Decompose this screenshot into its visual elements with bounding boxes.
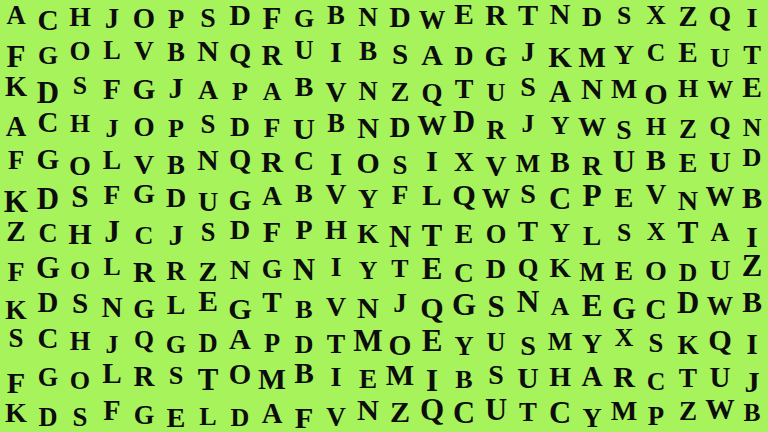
- letter-cell[interactable]: B: [640, 142, 672, 178]
- letter-cell[interactable]: K: [352, 216, 384, 252]
- letter-cell[interactable]: W: [704, 72, 736, 108]
- letter-cell[interactable]: E: [736, 70, 768, 106]
- letter-cell[interactable]: Y: [576, 326, 608, 362]
- letter-cell[interactable]: I: [320, 359, 352, 395]
- letter-cell[interactable]: Q: [704, 322, 736, 358]
- letter-cell[interactable]: Y: [608, 37, 640, 73]
- letter-cell[interactable]: B: [288, 292, 320, 328]
- letter-cell[interactable]: Y: [352, 253, 384, 289]
- letter-cell[interactable]: Z: [384, 394, 416, 430]
- letter-cell[interactable]: V: [320, 400, 352, 432]
- letter-cell[interactable]: F: [96, 393, 128, 429]
- letter-cell[interactable]: X: [640, 0, 672, 33]
- letter-cell[interactable]: E: [448, 216, 480, 252]
- letter-cell[interactable]: P: [640, 398, 672, 432]
- letter-cell[interactable]: Y: [544, 108, 576, 144]
- letter-cell[interactable]: T: [672, 361, 704, 397]
- letter-cell[interactable]: Q: [224, 142, 256, 178]
- letter-cell[interactable]: N: [352, 73, 384, 109]
- letter-cell[interactable]: F: [0, 254, 32, 290]
- letter-cell[interactable]: P: [288, 212, 320, 248]
- letter-cell[interactable]: W: [480, 181, 512, 217]
- letter-cell[interactable]: H: [64, 216, 96, 252]
- letter-cell[interactable]: L: [416, 178, 448, 214]
- letter-cell[interactable]: N: [544, 0, 576, 32]
- letter-cell[interactable]: J: [384, 286, 416, 322]
- letter-cell[interactable]: B: [320, 106, 352, 142]
- letter-cell[interactable]: Y: [448, 328, 480, 364]
- letter-cell[interactable]: H: [64, 323, 96, 359]
- letter-cell[interactable]: Z: [0, 214, 32, 250]
- letter-cell[interactable]: N: [576, 71, 608, 107]
- letter-cell[interactable]: S: [480, 289, 512, 325]
- letter-cell[interactable]: W: [704, 289, 736, 325]
- letter-cell[interactable]: Q: [128, 322, 160, 358]
- letter-cell[interactable]: X: [640, 214, 672, 250]
- letter-cell[interactable]: Q: [512, 250, 544, 286]
- letter-cell[interactable]: S: [384, 36, 416, 72]
- letter-cell[interactable]: A: [416, 37, 448, 73]
- letter-cell[interactable]: U: [288, 32, 320, 68]
- letter-cell[interactable]: E: [192, 284, 224, 320]
- letter-cell[interactable]: S: [512, 69, 544, 105]
- letter-cell[interactable]: N: [192, 143, 224, 179]
- letter-cell[interactable]: L: [96, 356, 128, 392]
- letter-cell[interactable]: O: [64, 33, 96, 69]
- letter-cell[interactable]: C: [32, 3, 64, 39]
- letter-cell[interactable]: D: [480, 251, 512, 287]
- letter-cell[interactable]: T: [384, 251, 416, 287]
- letter-cell[interactable]: B: [448, 362, 480, 398]
- letter-cell[interactable]: H: [64, 106, 96, 142]
- letter-cell[interactable]: H: [640, 109, 672, 145]
- letter-cell[interactable]: R: [608, 359, 640, 395]
- letter-cell[interactable]: L: [96, 142, 128, 178]
- letter-cell[interactable]: D: [32, 181, 64, 217]
- letter-cell[interactable]: N: [192, 33, 224, 69]
- letter-cell[interactable]: Q: [224, 36, 256, 72]
- letter-cell[interactable]: V: [320, 176, 352, 212]
- letter-cell[interactable]: O: [128, 110, 160, 146]
- letter-cell[interactable]: X: [608, 320, 640, 356]
- letter-cell[interactable]: O: [64, 253, 96, 289]
- letter-cell[interactable]: R: [480, 0, 512, 33]
- letter-cell[interactable]: H: [672, 71, 704, 107]
- letter-cell[interactable]: T: [512, 213, 544, 249]
- letter-cell[interactable]: A: [256, 396, 288, 432]
- letter-cell[interactable]: D: [672, 285, 704, 321]
- letter-cell[interactable]: W: [576, 109, 608, 145]
- letter-cell[interactable]: U: [480, 325, 512, 361]
- letter-cell[interactable]: V: [128, 34, 160, 70]
- letter-cell[interactable]: F: [256, 1, 288, 37]
- letter-cell[interactable]: J: [96, 0, 128, 36]
- letter-cell[interactable]: U: [704, 40, 736, 76]
- letter-cell[interactable]: P: [576, 178, 608, 214]
- letter-cell[interactable]: S: [192, 0, 224, 36]
- letter-cell[interactable]: T: [672, 215, 704, 251]
- letter-cell[interactable]: B: [160, 34, 192, 70]
- letter-cell[interactable]: G: [32, 360, 64, 396]
- letter-cell[interactable]: D: [224, 109, 256, 145]
- letter-cell[interactable]: H: [320, 212, 352, 248]
- letter-cell[interactable]: A: [544, 289, 576, 325]
- letter-cell[interactable]: C: [128, 218, 160, 254]
- letter-cell[interactable]: D: [736, 140, 768, 176]
- letter-cell[interactable]: S: [192, 215, 224, 251]
- letter-cell[interactable]: I: [320, 249, 352, 285]
- letter-cell[interactable]: M: [384, 357, 416, 393]
- letter-cell[interactable]: U: [480, 75, 512, 111]
- letter-cell[interactable]: G: [256, 251, 288, 287]
- letter-cell[interactable]: A: [576, 359, 608, 395]
- letter-cell[interactable]: X: [448, 144, 480, 180]
- letter-cell[interactable]: O: [64, 363, 96, 399]
- letter-cell[interactable]: A: [224, 321, 256, 357]
- letter-cell[interactable]: J: [512, 34, 544, 70]
- letter-cell[interactable]: N: [512, 284, 544, 320]
- letter-cell[interactable]: P: [224, 74, 256, 110]
- letter-cell[interactable]: B: [288, 356, 320, 392]
- letter-cell[interactable]: J: [96, 214, 128, 250]
- letter-cell[interactable]: H: [544, 359, 576, 395]
- letter-cell[interactable]: A: [544, 74, 576, 110]
- letter-cell[interactable]: P: [160, 111, 192, 147]
- letter-cell[interactable]: J: [512, 106, 544, 142]
- letter-cell[interactable]: U: [704, 144, 736, 180]
- letter-cell[interactable]: F: [288, 400, 320, 432]
- letter-cell[interactable]: C: [640, 35, 672, 71]
- letter-cell[interactable]: N: [96, 290, 128, 326]
- letter-cell[interactable]: D: [160, 180, 192, 216]
- letter-cell[interactable]: S: [512, 328, 544, 364]
- letter-cell[interactable]: M: [544, 324, 576, 360]
- letter-cell[interactable]: H: [64, 0, 96, 35]
- letter-cell[interactable]: B: [288, 176, 320, 212]
- letter-cell[interactable]: D: [224, 0, 256, 33]
- letter-cell[interactable]: C: [640, 291, 672, 327]
- letter-cell[interactable]: V: [640, 177, 672, 213]
- letter-cell[interactable]: N: [352, 290, 384, 326]
- letter-cell[interactable]: B: [320, 0, 352, 33]
- letter-cell[interactable]: B: [160, 147, 192, 183]
- letter-cell[interactable]: T: [512, 394, 544, 430]
- letter-cell[interactable]: F: [96, 72, 128, 108]
- letter-cell[interactable]: E: [576, 288, 608, 324]
- letter-cell[interactable]: D: [32, 399, 64, 432]
- letter-cell[interactable]: Y: [576, 400, 608, 432]
- letter-cell[interactable]: Q: [416, 392, 448, 428]
- letter-cell[interactable]: G: [128, 176, 160, 212]
- letter-cell[interactable]: V: [320, 289, 352, 325]
- letter-cell[interactable]: W: [416, 2, 448, 38]
- letter-cell[interactable]: E: [160, 400, 192, 432]
- letter-cell[interactable]: Y: [352, 181, 384, 217]
- letter-cell[interactable]: O: [352, 145, 384, 181]
- letter-cell[interactable]: Z: [736, 248, 768, 284]
- letter-cell[interactable]: F: [384, 178, 416, 214]
- letter-cell[interactable]: F: [0, 142, 32, 178]
- letter-cell[interactable]: F: [256, 111, 288, 147]
- letter-cell[interactable]: T: [512, 0, 544, 33]
- letter-cell[interactable]: C: [544, 395, 576, 431]
- letter-cell[interactable]: Q: [416, 290, 448, 326]
- word-search-grid: ACHJOPSDFGBNDWERTNDSXZQIFGOLVBNQRUIBSADG…: [0, 0, 768, 432]
- letter-cell[interactable]: M: [576, 254, 608, 290]
- letter-cell[interactable]: Y: [544, 215, 576, 251]
- letter-cell[interactable]: E: [672, 145, 704, 181]
- letter-cell[interactable]: Z: [672, 0, 704, 34]
- letter-cell[interactable]: U: [704, 253, 736, 289]
- letter-cell[interactable]: F: [96, 177, 128, 213]
- letter-cell[interactable]: D: [192, 325, 224, 361]
- letter-cell[interactable]: Z: [384, 74, 416, 110]
- letter-cell[interactable]: S: [512, 176, 544, 212]
- letter-cell[interactable]: D: [448, 39, 480, 75]
- letter-cell[interactable]: A: [0, 109, 32, 145]
- letter-cell[interactable]: O: [224, 356, 256, 392]
- letter-cell[interactable]: T: [736, 37, 768, 73]
- letter-cell[interactable]: W: [704, 392, 736, 428]
- letter-cell[interactable]: E: [608, 253, 640, 289]
- letter-cell[interactable]: S: [160, 358, 192, 394]
- letter-cell[interactable]: N: [352, 0, 384, 36]
- letter-cell[interactable]: R: [256, 144, 288, 180]
- letter-cell[interactable]: O: [480, 216, 512, 252]
- letter-cell[interactable]: C: [288, 143, 320, 179]
- letter-cell[interactable]: U: [512, 360, 544, 396]
- letter-cell[interactable]: I: [736, 326, 768, 362]
- letter-cell[interactable]: T: [320, 326, 352, 362]
- letter-cell[interactable]: K: [544, 251, 576, 287]
- letter-cell[interactable]: B: [736, 180, 768, 216]
- letter-cell[interactable]: D: [224, 212, 256, 248]
- letter-cell[interactable]: D: [384, 110, 416, 146]
- letter-cell[interactable]: Q: [704, 0, 736, 34]
- letter-cell[interactable]: N: [672, 183, 704, 219]
- letter-cell[interactable]: N: [352, 110, 384, 146]
- letter-cell[interactable]: L: [160, 287, 192, 323]
- letter-cell[interactable]: R: [128, 254, 160, 290]
- letter-cell[interactable]: S: [0, 320, 32, 356]
- letter-cell[interactable]: P: [256, 325, 288, 361]
- letter-cell[interactable]: I: [320, 34, 352, 70]
- letter-cell[interactable]: O: [128, 0, 160, 36]
- letter-cell[interactable]: Q: [448, 177, 480, 213]
- letter-cell[interactable]: S: [640, 325, 672, 361]
- letter-cell[interactable]: D: [576, 0, 608, 35]
- letter-cell[interactable]: E: [416, 250, 448, 286]
- letter-cell[interactable]: B: [288, 69, 320, 105]
- letter-cell[interactable]: N: [288, 252, 320, 288]
- letter-cell[interactable]: W: [416, 108, 448, 144]
- letter-cell[interactable]: L: [96, 249, 128, 285]
- letter-cell[interactable]: T: [448, 71, 480, 107]
- letter-cell[interactable]: N: [224, 252, 256, 288]
- letter-cell[interactable]: E: [672, 35, 704, 71]
- letter-cell[interactable]: L: [96, 33, 128, 69]
- letter-cell[interactable]: R: [256, 37, 288, 73]
- letter-cell[interactable]: S: [64, 399, 96, 432]
- letter-cell[interactable]: N: [384, 219, 416, 255]
- letter-cell[interactable]: I: [736, 0, 768, 36]
- letter-cell[interactable]: S: [64, 286, 96, 322]
- letter-cell[interactable]: T: [192, 362, 224, 398]
- letter-cell[interactable]: W: [704, 178, 736, 214]
- letter-cell[interactable]: M: [256, 362, 288, 398]
- letter-cell[interactable]: A: [256, 178, 288, 214]
- letter-cell[interactable]: P: [160, 1, 192, 37]
- letter-cell[interactable]: O: [640, 76, 672, 112]
- letter-cell[interactable]: B: [736, 285, 768, 321]
- letter-cell[interactable]: S: [192, 106, 224, 142]
- letter-cell[interactable]: S: [608, 0, 640, 34]
- letter-cell[interactable]: C: [32, 320, 64, 356]
- letter-cell[interactable]: T: [256, 285, 288, 321]
- letter-cell[interactable]: M: [352, 323, 384, 359]
- letter-cell[interactable]: G: [128, 397, 160, 432]
- letter-cell[interactable]: N: [352, 392, 384, 428]
- letter-cell[interactable]: S: [480, 357, 512, 393]
- letter-cell[interactable]: G: [32, 38, 64, 74]
- letter-cell[interactable]: K: [0, 395, 32, 431]
- letter-cell[interactable]: D: [448, 104, 480, 140]
- letter-cell[interactable]: Q: [416, 75, 448, 111]
- letter-cell[interactable]: S: [64, 68, 96, 104]
- letter-cell[interactable]: D: [384, 0, 416, 35]
- letter-cell[interactable]: Z: [672, 111, 704, 147]
- letter-cell[interactable]: U: [288, 111, 320, 147]
- letter-cell[interactable]: B: [736, 395, 768, 431]
- letter-cell[interactable]: R: [480, 112, 512, 148]
- letter-cell[interactable]: R: [128, 358, 160, 394]
- letter-cell[interactable]: G: [128, 72, 160, 108]
- letter-cell[interactable]: E: [448, 0, 480, 33]
- letter-cell[interactable]: A: [0, 0, 32, 33]
- letter-cell[interactable]: K: [544, 39, 576, 75]
- letter-cell[interactable]: F: [256, 214, 288, 250]
- letter-cell[interactable]: J: [160, 71, 192, 107]
- letter-cell[interactable]: B: [544, 145, 576, 181]
- letter-cell[interactable]: S: [608, 215, 640, 251]
- letter-cell[interactable]: G: [480, 39, 512, 75]
- letter-cell[interactable]: A: [256, 74, 288, 110]
- letter-cell[interactable]: V: [320, 74, 352, 110]
- letter-cell[interactable]: R: [160, 253, 192, 289]
- letter-cell[interactable]: G: [32, 142, 64, 178]
- letter-cell[interactable]: L: [192, 399, 224, 432]
- letter-cell[interactable]: S: [64, 179, 96, 215]
- letter-cell[interactable]: E: [416, 322, 448, 358]
- letter-cell[interactable]: C: [32, 215, 64, 251]
- letter-cell[interactable]: C: [32, 104, 64, 140]
- letter-cell[interactable]: J: [160, 217, 192, 253]
- letter-cell[interactable]: G: [448, 287, 480, 323]
- letter-cell[interactable]: I: [416, 143, 448, 179]
- letter-cell[interactable]: D: [224, 400, 256, 432]
- letter-cell[interactable]: M: [608, 71, 640, 107]
- letter-cell[interactable]: L: [576, 219, 608, 255]
- letter-cell[interactable]: Q: [704, 108, 736, 144]
- letter-cell[interactable]: Z: [672, 394, 704, 430]
- letter-cell[interactable]: D: [32, 284, 64, 320]
- letter-cell[interactable]: C: [544, 181, 576, 217]
- letter-cell[interactable]: C: [640, 364, 672, 400]
- letter-cell[interactable]: A: [704, 215, 736, 251]
- letter-cell[interactable]: K: [0, 69, 32, 105]
- letter-cell[interactable]: C: [448, 395, 480, 431]
- letter-cell[interactable]: U: [480, 392, 512, 428]
- letter-cell[interactable]: V: [480, 148, 512, 184]
- letter-cell[interactable]: K: [672, 328, 704, 364]
- letter-cell[interactable]: U: [608, 143, 640, 179]
- letter-cell[interactable]: G: [32, 250, 64, 286]
- letter-cell[interactable]: E: [608, 180, 640, 216]
- letter-cell[interactable]: O: [640, 253, 672, 289]
- letter-cell[interactable]: A: [192, 72, 224, 108]
- letter-cell[interactable]: B: [352, 34, 384, 70]
- letter-cell[interactable]: M: [608, 393, 640, 429]
